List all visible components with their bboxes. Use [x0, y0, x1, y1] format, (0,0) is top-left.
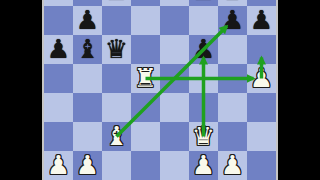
square-h4 — [247, 93, 276, 122]
piece-black-pawn-a6: ♟ — [47, 35, 70, 64]
square-a2: ♟ — [44, 151, 73, 180]
piece-white-pawn-f2: ♟ — [192, 151, 215, 180]
board-crop-area: ♜♜♚♟♟♟♟♝♛♟♜♟♝♛♟♟♟♟ — [44, 0, 276, 180]
square-g6 — [218, 35, 247, 64]
square-h7: ♟ — [247, 6, 276, 35]
piece-black-pawn-f6: ♟ — [192, 35, 215, 64]
square-f3: ♛ — [189, 122, 218, 151]
square-a3 — [44, 122, 73, 151]
chess-board: ♜♜♚♟♟♟♟♝♛♟♜♟♝♛♟♟♟♟ — [42, 0, 278, 180]
piece-black-pawn-g7: ♟ — [221, 6, 244, 35]
square-a4 — [44, 93, 73, 122]
piece-white-pawn-g2: ♟ — [221, 151, 244, 180]
square-f6: ♟ — [189, 35, 218, 64]
square-c4 — [102, 93, 131, 122]
square-d6 — [131, 35, 160, 64]
square-g4 — [218, 93, 247, 122]
square-a7 — [44, 6, 73, 35]
square-d7 — [131, 6, 160, 35]
square-b3 — [73, 122, 102, 151]
piece-white-rook-d5: ♜ — [134, 64, 157, 93]
board-grid: ♜♜♚♟♟♟♟♝♛♟♜♟♝♛♟♟♟♟ — [44, 0, 276, 180]
square-f5 — [189, 64, 218, 93]
square-e3 — [160, 122, 189, 151]
square-f7 — [189, 6, 218, 35]
square-a5 — [44, 64, 73, 93]
square-e6 — [160, 35, 189, 64]
piece-white-pawn-h5: ♟ — [250, 64, 273, 93]
piece-white-pawn-a2: ♟ — [47, 151, 70, 180]
square-c3: ♝ — [102, 122, 131, 151]
square-b5 — [73, 64, 102, 93]
square-e4 — [160, 93, 189, 122]
square-c7 — [102, 6, 131, 35]
piece-black-bishop-b6: ♝ — [76, 35, 99, 64]
video-frame: ♜♜♚♟♟♟♟♝♛♟♜♟♝♛♟♟♟♟ — [0, 0, 320, 180]
square-f4 — [189, 93, 218, 122]
piece-white-bishop-c3: ♝ — [105, 122, 128, 151]
piece-black-queen-c6: ♛ — [105, 35, 128, 64]
square-h5: ♟ — [247, 64, 276, 93]
square-c6: ♛ — [102, 35, 131, 64]
left-letterbox-bar — [0, 0, 42, 180]
square-b6: ♝ — [73, 35, 102, 64]
square-h2 — [247, 151, 276, 180]
square-h3 — [247, 122, 276, 151]
square-b7: ♟ — [73, 6, 102, 35]
square-g2: ♟ — [218, 151, 247, 180]
square-e2 — [160, 151, 189, 180]
square-g7: ♟ — [218, 6, 247, 35]
right-letterbox-bar — [278, 0, 320, 180]
square-e7 — [160, 6, 189, 35]
piece-black-pawn-h7: ♟ — [250, 6, 273, 35]
square-a6: ♟ — [44, 35, 73, 64]
square-b2: ♟ — [73, 151, 102, 180]
piece-white-queen-f3: ♛ — [192, 122, 215, 151]
square-c5 — [102, 64, 131, 93]
square-e5 — [160, 64, 189, 93]
square-b4 — [73, 93, 102, 122]
square-g3 — [218, 122, 247, 151]
square-f2: ♟ — [189, 151, 218, 180]
square-d3 — [131, 122, 160, 151]
square-d2 — [131, 151, 160, 180]
square-d5: ♜ — [131, 64, 160, 93]
piece-white-pawn-b2: ♟ — [76, 151, 99, 180]
square-d4 — [131, 93, 160, 122]
square-g5 — [218, 64, 247, 93]
square-h6 — [247, 35, 276, 64]
square-c2 — [102, 151, 131, 180]
piece-black-pawn-b7: ♟ — [76, 6, 99, 35]
